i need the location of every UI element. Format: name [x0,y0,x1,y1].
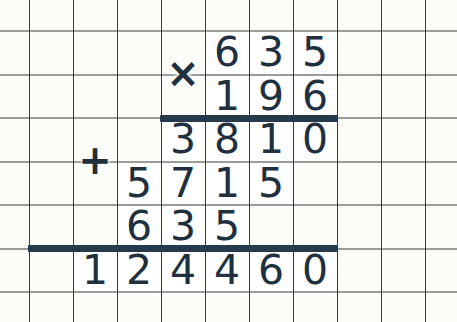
digit-cell: 8 [207,120,247,160]
rule-under-addends [28,245,338,252]
plus-sign: + [73,116,117,203]
digit-cell: 0 [295,251,335,291]
digit-cell: 4 [163,251,203,291]
digit-cell: 1 [251,120,291,160]
digit-cell: 9 [251,77,291,117]
digit-cell: 5 [207,207,247,247]
digit-cell: 6 [295,77,335,117]
rule-under-multiplier [160,115,338,122]
digit-cell: 1 [75,251,115,291]
digit-cell: 6 [207,33,247,73]
digit-cell: 3 [163,120,203,160]
squared-paper-grid: × + 63519638105715635124460 [0,0,457,322]
digit-cell: 4 [207,251,247,291]
digit-cell: 0 [295,120,335,160]
digit-cell: 5 [119,164,159,204]
multiply-sign: × [161,29,205,116]
digit-cell: 5 [251,164,291,204]
digit-cell: 3 [251,33,291,73]
digit-cell: 1 [207,164,247,204]
digit-cell: 3 [163,207,203,247]
digit-cell: 7 [163,164,203,204]
digit-cell: 5 [295,33,335,73]
digit-cell: 6 [251,251,291,291]
digit-cell: 2 [119,251,159,291]
digit-cell: 6 [119,207,159,247]
digit-cell: 1 [207,77,247,117]
